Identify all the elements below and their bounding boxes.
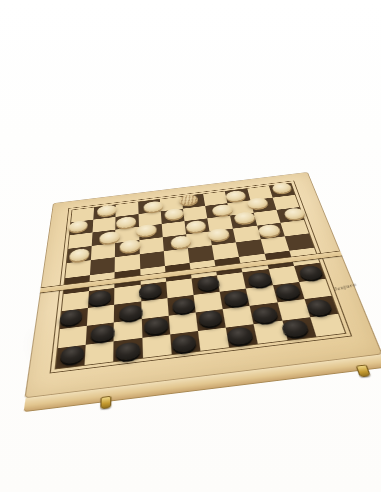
light-piece: [179, 194, 199, 206]
light-piece: [97, 204, 116, 217]
product-photo-draughts-set: Jeujura: [0, 0, 381, 492]
board-square: [85, 341, 114, 365]
board-square: [56, 345, 86, 369]
dark-piece: [275, 283, 302, 301]
dark-piece: [59, 345, 85, 365]
light-piece: [164, 207, 185, 220]
board-square: [310, 314, 345, 337]
light-piece: [233, 211, 256, 225]
board-square: [142, 334, 172, 357]
board-square: [226, 324, 258, 347]
brand-signature: Jeujura: [332, 282, 357, 292]
dark-piece: [196, 275, 220, 292]
light-piece: [137, 223, 157, 237]
light-piece: [271, 182, 293, 194]
brass-clasp-icon: [356, 364, 371, 377]
dark-piece: [90, 324, 114, 343]
dark-piece: [198, 309, 224, 328]
light-piece: [68, 220, 88, 233]
board-inner-frame: [50, 181, 353, 374]
folding-draughts-board: Jeujura: [24, 172, 381, 398]
board-square: [198, 328, 229, 351]
board-square: [114, 338, 143, 362]
dark-piece: [144, 316, 169, 335]
dark-piece: [226, 326, 254, 346]
light-piece: [120, 239, 141, 254]
dark-piece: [281, 318, 310, 338]
board-grid: [55, 183, 347, 370]
light-piece: [283, 207, 307, 220]
dark-piece: [139, 283, 162, 300]
dark-piece: [59, 308, 83, 326]
light-piece: [258, 223, 282, 237]
light-piece: [247, 197, 269, 210]
light-piece: [207, 227, 230, 241]
brass-clasp-icon: [100, 396, 111, 410]
dark-piece: [88, 290, 111, 307]
dark-piece: [223, 290, 249, 308]
dark-piece: [116, 341, 141, 361]
board-square: [170, 331, 200, 354]
dark-piece: [171, 333, 197, 353]
